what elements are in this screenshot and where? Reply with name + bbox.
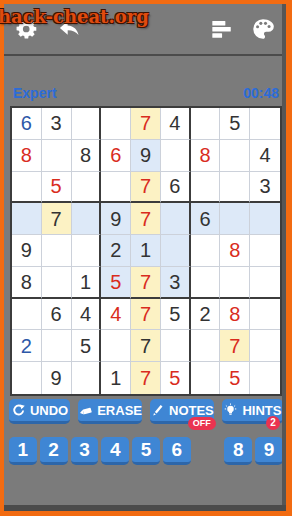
palette-icon[interactable] — [250, 16, 276, 42]
cell-r2c4[interactable]: 6 — [101, 140, 131, 172]
cell-r5c8[interactable]: 8 — [220, 235, 250, 267]
numpad-button-5[interactable]: 5 — [132, 437, 160, 465]
cell-r7c9[interactable] — [250, 299, 280, 331]
cell-r2c8[interactable] — [220, 140, 250, 172]
cell-r7c6[interactable]: 5 — [161, 299, 191, 331]
cell-r1c3[interactable] — [72, 108, 102, 140]
numpad-button-6[interactable]: 6 — [163, 437, 191, 465]
cell-r9c8[interactable]: 5 — [220, 362, 250, 394]
cell-r1c7[interactable] — [191, 108, 221, 140]
cell-r9c9[interactable] — [250, 362, 280, 394]
cell-r1c5[interactable]: 7 — [131, 108, 161, 140]
timer-label: 00:48 — [243, 85, 279, 101]
cell-r2c7[interactable]: 8 — [191, 140, 221, 172]
cell-r6c7[interactable] — [191, 267, 221, 299]
cell-r1c6[interactable]: 4 — [161, 108, 191, 140]
cell-r5c4[interactable]: 2 — [101, 235, 131, 267]
cell-r9c2[interactable]: 9 — [42, 362, 72, 394]
cell-r9c4[interactable]: 1 — [101, 362, 131, 394]
cell-r7c7[interactable]: 2 — [191, 299, 221, 331]
pencil-icon — [150, 403, 165, 418]
notes-button[interactable]: NOTES OFF — [150, 399, 214, 424]
frame-border-right — [286, 0, 292, 516]
cell-r2c9[interactable]: 4 — [250, 140, 280, 172]
cell-r9c6[interactable]: 5 — [161, 362, 191, 394]
cell-r2c5[interactable]: 9 — [131, 140, 161, 172]
cell-r4c9[interactable] — [250, 203, 280, 235]
cell-r2c1[interactable]: 8 — [12, 140, 42, 172]
cell-r1c4[interactable] — [101, 108, 131, 140]
cell-r1c8[interactable]: 5 — [220, 108, 250, 140]
cell-r9c5[interactable]: 7 — [131, 362, 161, 394]
cell-r4c4[interactable]: 9 — [101, 203, 131, 235]
settings-gear-icon[interactable] — [13, 16, 39, 42]
cell-r9c3[interactable] — [72, 362, 102, 394]
cell-r3c4[interactable] — [101, 172, 131, 204]
numpad-button-9[interactable]: 9 — [255, 437, 283, 465]
cell-r5c5[interactable]: 1 — [131, 235, 161, 267]
cell-r5c6[interactable] — [161, 235, 191, 267]
undo-button[interactable]: UNDO — [9, 399, 70, 424]
notes-off-badge: OFF — [188, 417, 216, 430]
cell-r8c7[interactable] — [191, 330, 221, 362]
cell-r7c3[interactable]: 4 — [72, 299, 102, 331]
toolbar: UNDO ERASE NOTES OFF — [9, 399, 283, 424]
cell-r3c6[interactable]: 6 — [161, 172, 191, 204]
difficulty-label: Expert — [13, 85, 57, 101]
cell-r4c1[interactable] — [12, 203, 42, 235]
cell-r5c7[interactable] — [191, 235, 221, 267]
cell-r1c9[interactable] — [250, 108, 280, 140]
cell-r3c8[interactable] — [220, 172, 250, 204]
cell-r8c2[interactable] — [42, 330, 72, 362]
cell-r3c2[interactable]: 5 — [42, 172, 72, 204]
hints-button[interactable]: HINTS 2 — [222, 399, 283, 424]
cell-r3c3[interactable] — [72, 172, 102, 204]
number-pad: 12345689 — [9, 437, 283, 465]
sudoku-app: hack-cheat.org Expert 00:48 637458869845… — [0, 0, 292, 516]
erase-button[interactable]: ERASE — [78, 399, 142, 424]
undo-arrow-icon[interactable] — [56, 16, 82, 42]
cell-r7c4[interactable]: 4 — [101, 299, 131, 331]
cell-r7c5[interactable]: 7 — [131, 299, 161, 331]
frame-border-bottom — [0, 511, 292, 516]
cell-r4c8[interactable] — [220, 203, 250, 235]
cell-r5c3[interactable] — [72, 235, 102, 267]
cell-r5c1[interactable]: 9 — [12, 235, 42, 267]
rotate-undo-icon — [11, 403, 26, 418]
cell-r4c5[interactable]: 7 — [131, 203, 161, 235]
cell-r6c9[interactable] — [250, 267, 280, 299]
cell-r7c2[interactable]: 6 — [42, 299, 72, 331]
cell-r5c9[interactable] — [250, 235, 280, 267]
cell-r8c5[interactable]: 7 — [131, 330, 161, 362]
cell-r1c2[interactable]: 3 — [42, 108, 72, 140]
screenshot-edge-bottom — [4, 505, 286, 511]
screenshot-edge-right — [282, 4, 286, 511]
hints-count-badge: 2 — [266, 416, 280, 430]
cell-r7c8[interactable]: 8 — [220, 299, 250, 331]
eraser-icon — [78, 403, 93, 418]
lightbulb-icon — [223, 403, 238, 418]
cell-r6c5[interactable]: 7 — [131, 267, 161, 299]
cell-r3c9[interactable]: 3 — [250, 172, 280, 204]
cell-r8c4[interactable] — [101, 330, 131, 362]
top-app-bar — [0, 4, 292, 56]
sudoku-board: 6374588698457637976921881573644752825779… — [10, 106, 282, 396]
cell-r4c7[interactable]: 6 — [191, 203, 221, 235]
cell-r3c7[interactable] — [191, 172, 221, 204]
cell-r6c1[interactable]: 8 — [12, 267, 42, 299]
cell-r9c7[interactable] — [191, 362, 221, 394]
numpad-button-3[interactable]: 3 — [71, 437, 99, 465]
cell-r6c4[interactable]: 5 — [101, 267, 131, 299]
cell-r5c2[interactable] — [42, 235, 72, 267]
cell-r3c1[interactable] — [12, 172, 42, 204]
cell-r2c3[interactable]: 8 — [72, 140, 102, 172]
cell-r2c2[interactable] — [42, 140, 72, 172]
status-row: Expert 00:48 — [13, 85, 279, 101]
numpad-button-8[interactable]: 8 — [224, 437, 252, 465]
cell-r4c2[interactable]: 7 — [42, 203, 72, 235]
cell-r1c1[interactable]: 6 — [12, 108, 42, 140]
cell-r6c8[interactable] — [220, 267, 250, 299]
cell-r4c3[interactable] — [72, 203, 102, 235]
numpad-button-1[interactable]: 1 — [9, 437, 37, 465]
cell-r4c6[interactable] — [161, 203, 191, 235]
cell-r6c2[interactable] — [42, 267, 72, 299]
cell-r2c6[interactable] — [161, 140, 191, 172]
cell-r6c6[interactable]: 3 — [161, 267, 191, 299]
numpad-button-2[interactable]: 2 — [40, 437, 68, 465]
cell-r8c6[interactable] — [161, 330, 191, 362]
cell-r8c9[interactable] — [250, 330, 280, 362]
cell-r9c1[interactable] — [12, 362, 42, 394]
cell-r7c1[interactable] — [12, 299, 42, 331]
cell-r8c1[interactable]: 2 — [12, 330, 42, 362]
stats-bars-icon[interactable] — [208, 16, 234, 42]
cell-r3c5[interactable]: 7 — [131, 172, 161, 204]
cell-r8c3[interactable]: 5 — [72, 330, 102, 362]
cell-r8c8[interactable]: 7 — [220, 330, 250, 362]
cell-r6c3[interactable]: 1 — [72, 267, 102, 299]
numpad-button-4[interactable]: 4 — [101, 437, 129, 465]
frame-border-left — [0, 0, 4, 516]
